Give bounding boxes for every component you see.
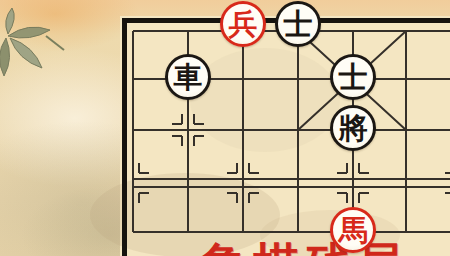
scene: 象棋残局 兵士車士將馬 <box>0 0 450 256</box>
piece-black-advisor-1[interactable]: 士 <box>275 1 321 47</box>
piece-black-general[interactable]: 將 <box>330 105 376 151</box>
pieces-layer: 兵士車士將馬 <box>0 0 450 256</box>
piece-black-advisor-2[interactable]: 士 <box>330 54 376 100</box>
piece-red-soldier[interactable]: 兵 <box>220 1 266 47</box>
piece-red-horse[interactable]: 馬 <box>330 207 376 253</box>
piece-black-chariot[interactable]: 車 <box>165 54 211 100</box>
